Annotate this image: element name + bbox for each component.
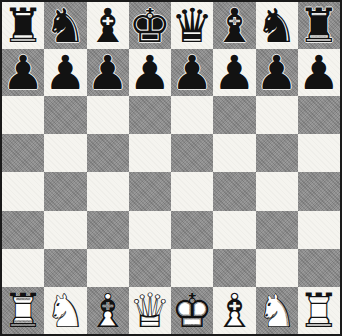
square-f3: [213, 211, 255, 249]
piece-white-queen-icon: ♛♕: [129, 287, 171, 334]
piece-black-queen-icon: ♛: [171, 2, 213, 49]
square-b4: [44, 172, 86, 210]
square-c6: [87, 96, 129, 134]
square-h1: ♜♖: [298, 287, 340, 334]
square-c1: ♝♗: [87, 287, 129, 334]
piece-black-pawn-icon: ♟: [129, 49, 171, 96]
square-g2: [256, 249, 298, 287]
piece-white-rook-icon: ♜♖: [298, 287, 340, 334]
square-e4: [171, 172, 213, 210]
square-g3: [256, 211, 298, 249]
square-a4: [2, 172, 44, 210]
square-h7: ♟: [298, 49, 340, 96]
piece-white-knight-icon: ♞♘: [256, 287, 298, 334]
square-h2: [298, 249, 340, 287]
square-d4: [129, 172, 171, 210]
piece-black-pawn-icon: ♟: [213, 49, 255, 96]
square-f5: [213, 134, 255, 172]
square-e8: ♛: [171, 2, 213, 49]
square-e6: [171, 96, 213, 134]
square-f6: [213, 96, 255, 134]
piece-black-pawn-icon: ♟: [2, 49, 44, 96]
piece-black-pawn-icon: ♟: [298, 49, 340, 96]
square-h3: [298, 211, 340, 249]
piece-black-king-icon: ♚: [129, 2, 171, 49]
square-d7: ♟: [129, 49, 171, 96]
piece-black-bishop-icon: ♝: [213, 2, 255, 49]
square-b2: [44, 249, 86, 287]
piece-white-king-icon: ♚♔: [171, 287, 213, 334]
square-f8: ♝: [213, 2, 255, 49]
piece-black-pawn-icon: ♟: [256, 49, 298, 96]
square-d6: [129, 96, 171, 134]
square-h8: ♜: [298, 2, 340, 49]
square-b1: ♞♘: [44, 287, 86, 334]
piece-black-pawn-icon: ♟: [44, 49, 86, 96]
chess-board: ♜♞♝♚♛♝♞♜♟♟♟♟♟♟♟♟♜♖♞♘♝♗♛♕♚♔♝♗♞♘♜♖: [0, 0, 342, 336]
piece-white-bishop-icon: ♝♗: [213, 287, 255, 334]
square-e2: [171, 249, 213, 287]
square-c7: ♟: [87, 49, 129, 96]
square-e3: [171, 211, 213, 249]
square-a3: [2, 211, 44, 249]
square-c4: [87, 172, 129, 210]
square-d2: [129, 249, 171, 287]
piece-white-rook-icon: ♜♖: [2, 287, 44, 334]
square-g7: ♟: [256, 49, 298, 96]
square-d5: [129, 134, 171, 172]
square-b7: ♟: [44, 49, 86, 96]
piece-white-bishop-icon: ♝♗: [87, 287, 129, 334]
square-f7: ♟: [213, 49, 255, 96]
piece-black-rook-icon: ♜: [2, 2, 44, 49]
square-g6: [256, 96, 298, 134]
square-a7: ♟: [2, 49, 44, 96]
square-g4: [256, 172, 298, 210]
square-g8: ♞: [256, 2, 298, 49]
square-e1: ♚♔: [171, 287, 213, 334]
square-b5: [44, 134, 86, 172]
square-d1: ♛♕: [129, 287, 171, 334]
square-c8: ♝: [87, 2, 129, 49]
square-f2: [213, 249, 255, 287]
square-c3: [87, 211, 129, 249]
diagram-page: ♜♞♝♚♛♝♞♜♟♟♟♟♟♟♟♟♜♖♞♘♝♗♛♕♚♔♝♗♞♘♜♖: [0, 0, 342, 336]
square-h4: [298, 172, 340, 210]
piece-black-pawn-icon: ♟: [171, 49, 213, 96]
square-e7: ♟: [171, 49, 213, 96]
square-b6: [44, 96, 86, 134]
square-h5: [298, 134, 340, 172]
square-h6: [298, 96, 340, 134]
square-f4: [213, 172, 255, 210]
square-f1: ♝♗: [213, 287, 255, 334]
square-e5: [171, 134, 213, 172]
square-d8: ♚: [129, 2, 171, 49]
piece-black-knight-icon: ♞: [256, 2, 298, 49]
square-g5: [256, 134, 298, 172]
piece-black-rook-icon: ♜: [298, 2, 340, 49]
piece-white-knight-icon: ♞♘: [44, 287, 86, 334]
square-c2: [87, 249, 129, 287]
square-a5: [2, 134, 44, 172]
piece-black-pawn-icon: ♟: [87, 49, 129, 96]
piece-black-knight-icon: ♞: [44, 2, 86, 49]
square-a2: [2, 249, 44, 287]
square-g1: ♞♘: [256, 287, 298, 334]
square-a1: ♜♖: [2, 287, 44, 334]
square-b8: ♞: [44, 2, 86, 49]
square-a8: ♜: [2, 2, 44, 49]
piece-black-bishop-icon: ♝: [87, 2, 129, 49]
square-c5: [87, 134, 129, 172]
square-d3: [129, 211, 171, 249]
square-a6: [2, 96, 44, 134]
square-b3: [44, 211, 86, 249]
